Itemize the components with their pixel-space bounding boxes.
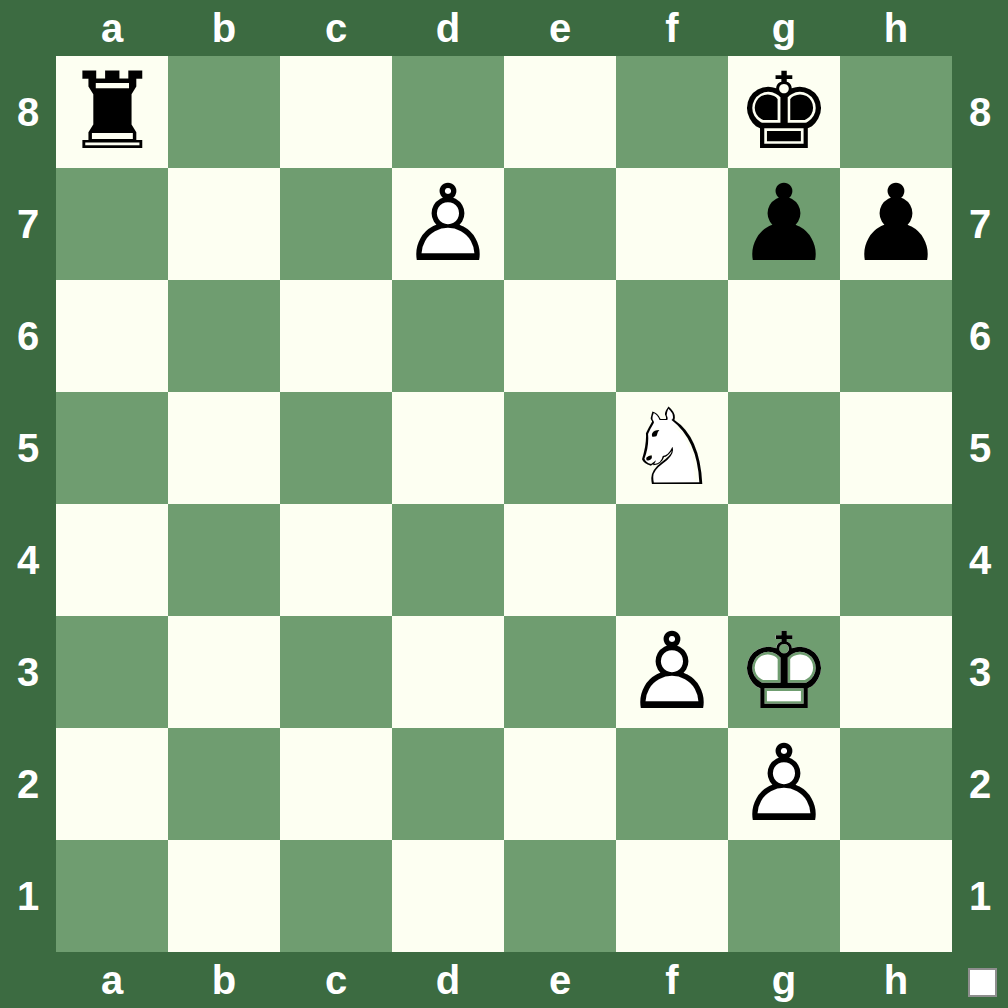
rank-label-1-left: 1 bbox=[0, 840, 56, 952]
file-label-f-top: f bbox=[616, 0, 728, 56]
file-label-d-bottom: d bbox=[392, 952, 504, 1008]
square-c5[interactable] bbox=[280, 392, 392, 504]
square-d8[interactable] bbox=[392, 56, 504, 168]
square-b6[interactable] bbox=[168, 280, 280, 392]
square-d7[interactable]: ♟♙ bbox=[392, 168, 504, 280]
file-label-h-bottom: h bbox=[840, 952, 952, 1008]
square-a7[interactable] bbox=[56, 168, 168, 280]
square-h4[interactable] bbox=[840, 504, 952, 616]
square-h7[interactable]: ♟ bbox=[840, 168, 952, 280]
rank-labels-right: 87654321 bbox=[952, 56, 1008, 952]
square-g5[interactable] bbox=[728, 392, 840, 504]
file-label-b-bottom: b bbox=[168, 952, 280, 1008]
file-labels-top: abcdefgh bbox=[56, 0, 952, 56]
square-f8[interactable] bbox=[616, 56, 728, 168]
square-b1[interactable] bbox=[168, 840, 280, 952]
file-label-a-top: a bbox=[56, 0, 168, 56]
black-pawn-glyph: ♟ bbox=[840, 168, 952, 280]
rank-label-7-right: 7 bbox=[952, 168, 1008, 280]
square-f6[interactable] bbox=[616, 280, 728, 392]
square-a5[interactable] bbox=[56, 392, 168, 504]
white-king-outline-glyph: ♔ bbox=[728, 616, 840, 728]
square-a1[interactable] bbox=[56, 840, 168, 952]
piece-black-king: ♚ bbox=[728, 56, 840, 168]
square-g8[interactable]: ♚ bbox=[728, 56, 840, 168]
piece-white-pawn: ♟♙ bbox=[728, 728, 840, 840]
square-b7[interactable] bbox=[168, 168, 280, 280]
square-c8[interactable] bbox=[280, 56, 392, 168]
corner-marker bbox=[968, 968, 997, 997]
square-e2[interactable] bbox=[504, 728, 616, 840]
square-a6[interactable] bbox=[56, 280, 168, 392]
square-g2[interactable]: ♟♙ bbox=[728, 728, 840, 840]
square-f7[interactable] bbox=[616, 168, 728, 280]
square-d4[interactable] bbox=[392, 504, 504, 616]
piece-black-pawn: ♟ bbox=[840, 168, 952, 280]
square-d6[interactable] bbox=[392, 280, 504, 392]
square-e7[interactable] bbox=[504, 168, 616, 280]
square-a8[interactable]: ♜ bbox=[56, 56, 168, 168]
rank-label-7-left: 7 bbox=[0, 168, 56, 280]
rank-label-2-right: 2 bbox=[952, 728, 1008, 840]
square-g6[interactable] bbox=[728, 280, 840, 392]
file-labels-bottom: abcdefgh bbox=[56, 952, 952, 1008]
square-b5[interactable] bbox=[168, 392, 280, 504]
square-c2[interactable] bbox=[280, 728, 392, 840]
square-e8[interactable] bbox=[504, 56, 616, 168]
white-pawn-outline-glyph: ♙ bbox=[616, 616, 728, 728]
square-g4[interactable] bbox=[728, 504, 840, 616]
square-e4[interactable] bbox=[504, 504, 616, 616]
square-e3[interactable] bbox=[504, 616, 616, 728]
rank-label-3-right: 3 bbox=[952, 616, 1008, 728]
square-h2[interactable] bbox=[840, 728, 952, 840]
rank-label-3-left: 3 bbox=[0, 616, 56, 728]
square-e5[interactable] bbox=[504, 392, 616, 504]
square-c4[interactable] bbox=[280, 504, 392, 616]
file-label-f-bottom: f bbox=[616, 952, 728, 1008]
rank-label-4-right: 4 bbox=[952, 504, 1008, 616]
piece-white-pawn: ♟♙ bbox=[392, 168, 504, 280]
black-pawn-glyph: ♟ bbox=[728, 168, 840, 280]
square-a2[interactable] bbox=[56, 728, 168, 840]
square-f1[interactable] bbox=[616, 840, 728, 952]
rank-label-6-right: 6 bbox=[952, 280, 1008, 392]
square-h1[interactable] bbox=[840, 840, 952, 952]
square-c3[interactable] bbox=[280, 616, 392, 728]
square-h5[interactable] bbox=[840, 392, 952, 504]
square-b4[interactable] bbox=[168, 504, 280, 616]
piece-white-pawn: ♟♙ bbox=[616, 616, 728, 728]
piece-white-king: ♚♔ bbox=[728, 616, 840, 728]
square-f4[interactable] bbox=[616, 504, 728, 616]
white-pawn-outline-glyph: ♙ bbox=[392, 168, 504, 280]
rank-labels-left: 87654321 bbox=[0, 56, 56, 952]
black-rook-glyph: ♜ bbox=[56, 56, 168, 168]
file-label-c-top: c bbox=[280, 0, 392, 56]
file-label-h-top: h bbox=[840, 0, 952, 56]
square-b8[interactable] bbox=[168, 56, 280, 168]
chess-diagram: abcdefgh 87654321 87654321 abcdefgh ♜♚♟♙… bbox=[0, 0, 1008, 1008]
square-d2[interactable] bbox=[392, 728, 504, 840]
square-c1[interactable] bbox=[280, 840, 392, 952]
square-f3[interactable]: ♟♙ bbox=[616, 616, 728, 728]
white-pawn-outline-glyph: ♙ bbox=[728, 728, 840, 840]
rank-label-5-left: 5 bbox=[0, 392, 56, 504]
black-king-glyph: ♚ bbox=[728, 56, 840, 168]
square-e1[interactable] bbox=[504, 840, 616, 952]
square-f2[interactable] bbox=[616, 728, 728, 840]
square-h3[interactable] bbox=[840, 616, 952, 728]
file-label-e-top: e bbox=[504, 0, 616, 56]
file-label-b-top: b bbox=[168, 0, 280, 56]
chess-board: ♜♚♟♙♟♟♞♘♟♙♚♔♟♙ bbox=[56, 56, 952, 952]
square-c7[interactable] bbox=[280, 168, 392, 280]
rank-label-6-left: 6 bbox=[0, 280, 56, 392]
square-b2[interactable] bbox=[168, 728, 280, 840]
piece-black-pawn: ♟ bbox=[728, 168, 840, 280]
rank-label-8-left: 8 bbox=[0, 56, 56, 168]
square-b3[interactable] bbox=[168, 616, 280, 728]
file-label-e-bottom: e bbox=[504, 952, 616, 1008]
square-a3[interactable] bbox=[56, 616, 168, 728]
white-knight-outline-glyph: ♘ bbox=[616, 392, 728, 504]
rank-label-5-right: 5 bbox=[952, 392, 1008, 504]
square-a4[interactable] bbox=[56, 504, 168, 616]
square-g1[interactable] bbox=[728, 840, 840, 952]
square-g3[interactable]: ♚♔ bbox=[728, 616, 840, 728]
file-label-d-top: d bbox=[392, 0, 504, 56]
file-label-g-top: g bbox=[728, 0, 840, 56]
square-h8[interactable] bbox=[840, 56, 952, 168]
square-f5[interactable]: ♞♘ bbox=[616, 392, 728, 504]
piece-black-rook: ♜ bbox=[56, 56, 168, 168]
square-g7[interactable]: ♟ bbox=[728, 168, 840, 280]
square-d5[interactable] bbox=[392, 392, 504, 504]
square-e6[interactable] bbox=[504, 280, 616, 392]
piece-white-knight: ♞♘ bbox=[616, 392, 728, 504]
file-label-c-bottom: c bbox=[280, 952, 392, 1008]
file-label-g-bottom: g bbox=[728, 952, 840, 1008]
rank-label-2-left: 2 bbox=[0, 728, 56, 840]
file-label-a-bottom: a bbox=[56, 952, 168, 1008]
square-h6[interactable] bbox=[840, 280, 952, 392]
rank-label-1-right: 1 bbox=[952, 840, 1008, 952]
rank-label-4-left: 4 bbox=[0, 504, 56, 616]
square-d3[interactable] bbox=[392, 616, 504, 728]
square-c6[interactable] bbox=[280, 280, 392, 392]
square-d1[interactable] bbox=[392, 840, 504, 952]
rank-label-8-right: 8 bbox=[952, 56, 1008, 168]
